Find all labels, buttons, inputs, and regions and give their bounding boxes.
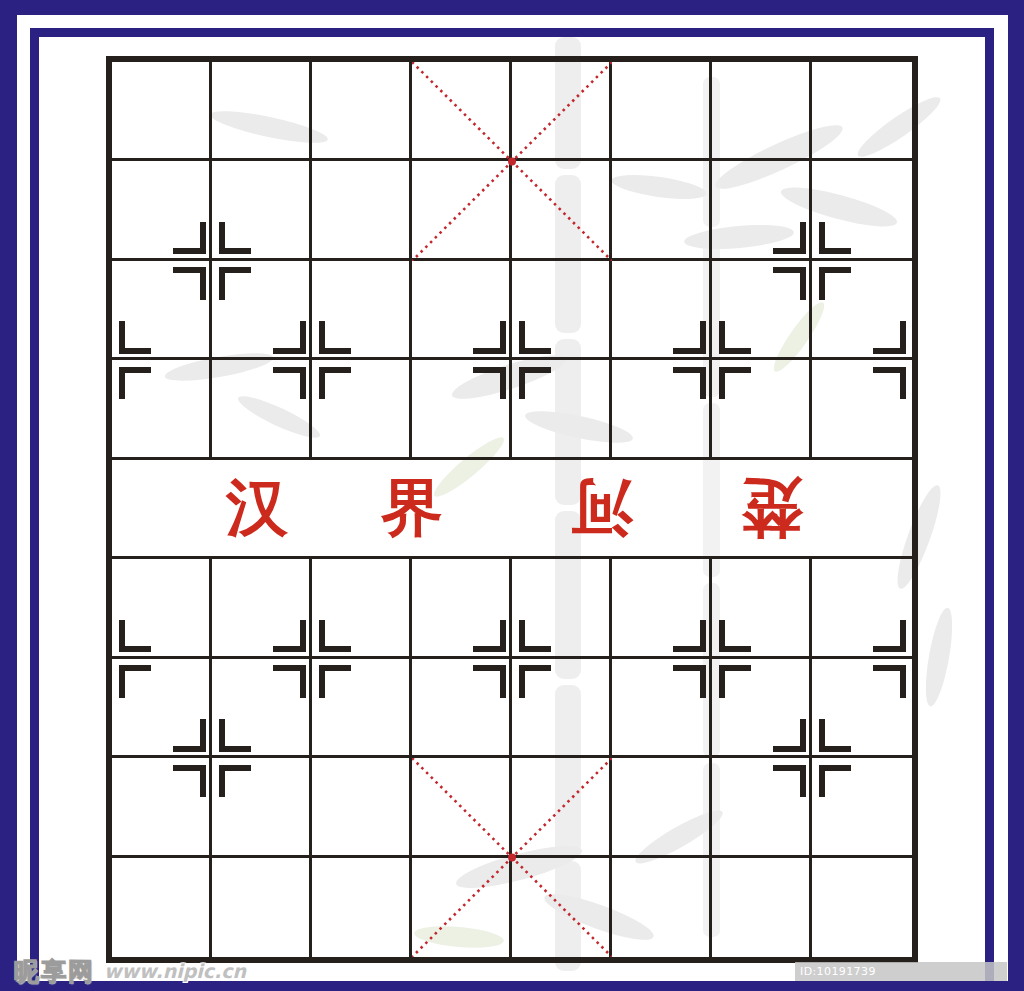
point-marker	[673, 321, 751, 399]
point-marker-corner	[173, 765, 206, 798]
point-marker-corner	[519, 665, 552, 698]
point-marker-corner	[773, 719, 806, 752]
point-marker-corner	[773, 222, 806, 255]
point-marker-corner	[119, 620, 152, 653]
point-marker	[173, 222, 251, 300]
site-url: www.nipic.cn	[104, 960, 246, 982]
point-marker-corner	[673, 665, 706, 698]
point-marker-corner	[473, 665, 506, 698]
point-marker-corner	[219, 267, 252, 300]
point-marker-corner	[273, 665, 306, 698]
point-marker	[873, 321, 951, 399]
point-marker	[673, 620, 751, 698]
xiangqi-board: 汉 界 河 楚	[106, 56, 918, 963]
point-marker-corner	[219, 765, 252, 798]
point-marker-corner	[319, 665, 352, 698]
point-marker-corner	[873, 620, 906, 653]
point-marker-corner	[873, 367, 906, 400]
palace-diagonal-top	[412, 62, 612, 261]
point-marker-corner	[519, 321, 552, 354]
point-marker-corner	[819, 719, 852, 752]
point-marker-corner	[273, 367, 306, 400]
point-marker-corner	[819, 765, 852, 798]
point-marker-corner	[273, 321, 306, 354]
point-marker-corner	[119, 321, 152, 354]
point-marker	[173, 719, 251, 797]
point-marker-corner	[473, 620, 506, 653]
point-marker-corner	[873, 321, 906, 354]
point-marker-corner	[519, 367, 552, 400]
point-marker-corner	[219, 719, 252, 752]
point-marker	[73, 321, 151, 399]
point-marker-corner	[719, 665, 752, 698]
point-marker	[73, 620, 151, 698]
point-marker-corner	[173, 719, 206, 752]
point-marker-corner	[719, 367, 752, 400]
point-marker-corner	[119, 367, 152, 400]
point-marker-corner	[473, 367, 506, 400]
point-marker-corner	[673, 620, 706, 653]
point-marker-corner	[173, 267, 206, 300]
point-marker	[273, 321, 351, 399]
point-marker-corner	[673, 367, 706, 400]
site-logo: 昵享网	[14, 955, 95, 988]
point-marker-corner	[773, 267, 806, 300]
point-marker-corner	[473, 321, 506, 354]
point-marker	[473, 321, 551, 399]
point-marker-corner	[219, 222, 252, 255]
point-marker	[273, 620, 351, 698]
image-id-bar: ID:10191739 NO:20120713022600043000	[795, 962, 1007, 981]
palace-diagonal-bottom	[412, 758, 612, 957]
point-marker	[873, 620, 951, 698]
point-marker-corner	[519, 620, 552, 653]
point-marker	[773, 222, 851, 300]
point-marker-corner	[119, 665, 152, 698]
point-marker-corner	[719, 620, 752, 653]
site-watermark: 昵享网 www.nipic.cn	[14, 958, 246, 984]
point-marker-corner	[819, 222, 852, 255]
point-marker-corner	[319, 620, 352, 653]
page: 汉 界 河 楚 昵	[0, 0, 1024, 991]
point-marker-corner	[173, 222, 206, 255]
point-marker	[773, 719, 851, 797]
point-marker-corner	[673, 321, 706, 354]
point-marker-corner	[273, 620, 306, 653]
point-marker-corner	[873, 665, 906, 698]
point-marker-corner	[319, 367, 352, 400]
board-overlay	[112, 62, 912, 957]
point-marker-corner	[819, 267, 852, 300]
point-marker	[473, 620, 551, 698]
point-marker-corner	[773, 765, 806, 798]
point-marker-corner	[719, 321, 752, 354]
point-marker-corner	[319, 321, 352, 354]
